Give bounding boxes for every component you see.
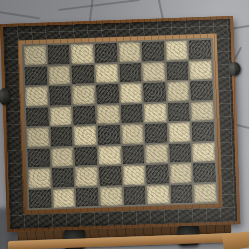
square-h5[interactable] — [191, 101, 213, 120]
square-a4[interactable] — [27, 128, 49, 147]
square-f6[interactable] — [143, 82, 165, 101]
square-h8[interactable] — [189, 40, 211, 59]
chess-table — [0, 16, 241, 249]
square-h7[interactable] — [190, 60, 212, 79]
square-f7[interactable] — [143, 62, 165, 81]
square-g6[interactable] — [167, 82, 189, 101]
square-f4[interactable] — [145, 123, 167, 142]
square-b1[interactable] — [52, 188, 74, 207]
square-g3[interactable] — [169, 143, 191, 162]
square-a3[interactable] — [27, 148, 49, 167]
square-e1[interactable] — [123, 186, 145, 205]
chess-board[interactable] — [22, 38, 219, 211]
square-b5[interactable] — [50, 106, 72, 125]
square-a1[interactable] — [29, 189, 51, 208]
square-e8[interactable] — [118, 42, 140, 61]
square-a7[interactable] — [25, 66, 47, 85]
square-h6[interactable] — [191, 81, 213, 100]
square-a6[interactable] — [25, 87, 47, 106]
square-h3[interactable] — [193, 142, 215, 161]
square-d3[interactable] — [98, 146, 120, 165]
square-c7[interactable] — [72, 64, 94, 83]
square-d8[interactable] — [95, 43, 117, 62]
square-c2[interactable] — [75, 167, 97, 186]
square-h2[interactable] — [193, 163, 215, 182]
square-b3[interactable] — [51, 147, 73, 166]
square-c3[interactable] — [75, 146, 97, 165]
square-c1[interactable] — [76, 187, 98, 206]
square-e2[interactable] — [123, 165, 145, 184]
square-h1[interactable] — [194, 183, 216, 202]
square-f5[interactable] — [144, 103, 166, 122]
square-a8[interactable] — [24, 46, 46, 65]
square-g8[interactable] — [166, 41, 188, 60]
square-e3[interactable] — [122, 145, 144, 164]
square-d5[interactable] — [97, 105, 119, 124]
photo-scene — [0, 0, 249, 249]
square-e5[interactable] — [120, 104, 142, 123]
square-d1[interactable] — [100, 187, 122, 206]
square-b4[interactable] — [50, 127, 72, 146]
square-f1[interactable] — [147, 185, 169, 204]
square-a2[interactable] — [28, 168, 50, 187]
square-e6[interactable] — [120, 83, 142, 102]
square-f8[interactable] — [142, 41, 164, 60]
square-g1[interactable] — [171, 184, 193, 203]
square-g4[interactable] — [168, 123, 190, 142]
square-b6[interactable] — [49, 86, 71, 105]
square-c6[interactable] — [73, 85, 95, 104]
square-c4[interactable] — [74, 126, 96, 145]
square-e4[interactable] — [121, 124, 143, 143]
square-f2[interactable] — [146, 164, 168, 183]
square-g2[interactable] — [170, 164, 192, 183]
square-b7[interactable] — [48, 65, 70, 84]
square-c5[interactable] — [73, 105, 95, 124]
square-f3[interactable] — [146, 144, 168, 163]
square-b2[interactable] — [52, 168, 74, 187]
square-b8[interactable] — [47, 45, 69, 64]
square-d7[interactable] — [95, 64, 117, 83]
square-g7[interactable] — [166, 61, 188, 80]
square-d6[interactable] — [96, 84, 118, 103]
tabletop — [0, 16, 240, 232]
square-g5[interactable] — [168, 102, 190, 121]
square-a5[interactable] — [26, 107, 48, 126]
square-d2[interactable] — [99, 166, 121, 185]
square-c8[interactable] — [71, 44, 93, 63]
square-e7[interactable] — [119, 63, 141, 82]
stretcher-end-wood — [222, 231, 249, 249]
square-h4[interactable] — [192, 122, 214, 141]
square-d4[interactable] — [98, 125, 120, 144]
